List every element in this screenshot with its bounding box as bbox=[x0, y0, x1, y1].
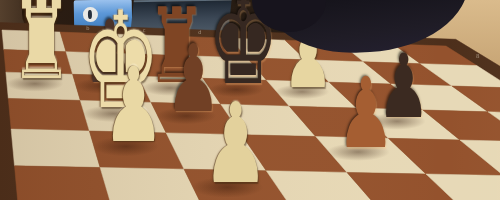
piece-white-pawn-b4[interactable]: ♟ bbox=[103, 54, 165, 158]
piece-white-pawn-c3[interactable]: ♟ bbox=[202, 88, 268, 199]
piece-white-rook-a6[interactable]: ♜ bbox=[10, 0, 72, 95]
piece-black-pawn-e4[interactable]: ♟ bbox=[337, 65, 395, 162]
square-a3[interactable] bbox=[15, 166, 114, 200]
photo-scene: abcdefgh876554 ♜♟♜♚♟♚♟♟♟♟♟ bbox=[0, 0, 500, 200]
rank-label-right-8: 8 bbox=[476, 53, 480, 59]
square-a5[interactable] bbox=[8, 98, 89, 131]
